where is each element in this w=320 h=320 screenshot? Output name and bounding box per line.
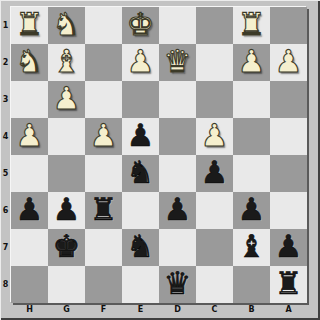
piece-white-pawn: ♟ — [16, 118, 44, 154]
square-c8[interactable] — [196, 266, 233, 303]
rank-label-6: 6 — [0, 192, 11, 229]
square-e1[interactable]: ♚ — [122, 7, 159, 44]
square-b8[interactable] — [233, 266, 270, 303]
rank-label-3: 3 — [0, 81, 11, 118]
square-g8[interactable] — [48, 266, 85, 303]
square-h1[interactable]: ♜ — [11, 7, 48, 44]
rank-label-1: 1 — [0, 7, 11, 44]
piece-white-queen: ♛ — [164, 44, 192, 80]
file-label-d: D — [159, 303, 196, 318]
file-label-f: F — [85, 303, 122, 318]
square-a2[interactable]: ♟ — [270, 44, 307, 81]
piece-white-knight: ♞ — [16, 44, 44, 80]
rank-label-2: 2 — [0, 44, 11, 81]
piece-white-king: ♚ — [127, 7, 155, 43]
piece-black-pawn: ♟ — [16, 192, 44, 228]
square-e4[interactable]: ♟ — [122, 118, 159, 155]
square-b2[interactable]: ♟ — [233, 44, 270, 81]
square-f7[interactable] — [85, 229, 122, 266]
chess-board: ♜♞♚♜♞♝♟♛♟♟♟♟♟♟♟♞♟♟♟♜♟♟♚♞♝♟♛♜ — [11, 7, 307, 303]
piece-white-knight: ♞ — [53, 7, 81, 43]
rank-label-4: 4 — [0, 118, 11, 155]
square-c6[interactable] — [196, 192, 233, 229]
square-a6[interactable] — [270, 192, 307, 229]
piece-black-pawn: ♟ — [201, 155, 229, 191]
piece-white-pawn: ♟ — [201, 118, 229, 154]
piece-black-king: ♚ — [53, 229, 81, 265]
piece-white-pawn: ♟ — [275, 44, 303, 80]
piece-white-bishop: ♝ — [53, 44, 81, 80]
square-b1[interactable]: ♜ — [233, 7, 270, 44]
square-a7[interactable]: ♟ — [270, 229, 307, 266]
square-e2[interactable]: ♟ — [122, 44, 159, 81]
file-label-b: B — [233, 303, 270, 318]
square-d3[interactable] — [159, 81, 196, 118]
square-e3[interactable] — [122, 81, 159, 118]
piece-white-pawn: ♟ — [238, 44, 266, 80]
square-h2[interactable]: ♞ — [11, 44, 48, 81]
rank-label-5: 5 — [0, 155, 11, 192]
piece-white-rook: ♜ — [16, 7, 44, 43]
rank-label-8: 8 — [0, 266, 11, 303]
square-c7[interactable] — [196, 229, 233, 266]
square-f2[interactable] — [85, 44, 122, 81]
piece-black-pawn: ♟ — [238, 192, 266, 228]
square-a5[interactable] — [270, 155, 307, 192]
rank-coordinate-labels: 1 2 3 4 5 6 7 8 — [0, 7, 11, 303]
rank-label-7: 7 — [0, 229, 11, 266]
square-c5[interactable]: ♟ — [196, 155, 233, 192]
square-f8[interactable] — [85, 266, 122, 303]
square-g2[interactable]: ♝ — [48, 44, 85, 81]
piece-black-pawn: ♟ — [275, 229, 303, 265]
piece-black-pawn: ♟ — [164, 192, 192, 228]
square-d7[interactable] — [159, 229, 196, 266]
square-b5[interactable] — [233, 155, 270, 192]
square-g7[interactable]: ♚ — [48, 229, 85, 266]
square-g3[interactable]: ♟ — [48, 81, 85, 118]
square-h4[interactable]: ♟ — [11, 118, 48, 155]
square-d8[interactable]: ♛ — [159, 266, 196, 303]
square-b3[interactable] — [233, 81, 270, 118]
square-f1[interactable] — [85, 7, 122, 44]
square-g4[interactable] — [48, 118, 85, 155]
square-h8[interactable] — [11, 266, 48, 303]
square-h6[interactable]: ♟ — [11, 192, 48, 229]
piece-white-rook: ♜ — [238, 7, 266, 43]
file-label-a: A — [270, 303, 307, 318]
board-frame: 1 2 3 4 5 6 7 8 ♜♞♚♜♞♝♟♛♟♟♟♟♟♟♟♞♟♟♟♜♟♟♚♞… — [0, 0, 320, 320]
piece-black-knight: ♞ — [127, 155, 155, 191]
square-d5[interactable] — [159, 155, 196, 192]
square-g1[interactable]: ♞ — [48, 7, 85, 44]
piece-black-queen: ♛ — [164, 266, 192, 302]
square-f3[interactable] — [85, 81, 122, 118]
square-f4[interactable]: ♟ — [85, 118, 122, 155]
piece-white-pawn: ♟ — [90, 118, 118, 154]
square-d2[interactable]: ♛ — [159, 44, 196, 81]
square-f5[interactable] — [85, 155, 122, 192]
square-f6[interactable]: ♜ — [85, 192, 122, 229]
square-h5[interactable] — [11, 155, 48, 192]
square-c2[interactable] — [196, 44, 233, 81]
square-c3[interactable] — [196, 81, 233, 118]
file-label-g: G — [48, 303, 85, 318]
piece-black-rook: ♜ — [275, 266, 303, 302]
file-label-e: E — [122, 303, 159, 318]
piece-black-pawn: ♟ — [53, 192, 81, 228]
piece-black-knight: ♞ — [127, 229, 155, 265]
square-e5[interactable]: ♞ — [122, 155, 159, 192]
square-c4[interactable]: ♟ — [196, 118, 233, 155]
file-coordinate-labels: H G F E D C B A — [11, 303, 307, 318]
square-b7[interactable]: ♝ — [233, 229, 270, 266]
square-d4[interactable] — [159, 118, 196, 155]
square-b4[interactable] — [233, 118, 270, 155]
piece-black-bishop: ♝ — [238, 229, 266, 265]
square-c1[interactable] — [196, 7, 233, 44]
square-a1[interactable] — [270, 7, 307, 44]
square-b6[interactable]: ♟ — [233, 192, 270, 229]
square-a4[interactable] — [270, 118, 307, 155]
square-d1[interactable] — [159, 7, 196, 44]
square-g6[interactable]: ♟ — [48, 192, 85, 229]
square-e6[interactable] — [122, 192, 159, 229]
square-h3[interactable] — [11, 81, 48, 118]
square-g5[interactable] — [48, 155, 85, 192]
piece-white-pawn: ♟ — [127, 44, 155, 80]
square-e7[interactable]: ♞ — [122, 229, 159, 266]
square-d6[interactable]: ♟ — [159, 192, 196, 229]
file-label-c: C — [196, 303, 233, 318]
piece-black-pawn: ♟ — [127, 118, 155, 154]
square-a3[interactable] — [270, 81, 307, 118]
square-e8[interactable] — [122, 266, 159, 303]
file-label-h: H — [11, 303, 48, 318]
piece-white-pawn: ♟ — [53, 81, 81, 117]
piece-black-rook: ♜ — [90, 192, 118, 228]
square-h7[interactable] — [11, 229, 48, 266]
square-a8[interactable]: ♜ — [270, 266, 307, 303]
